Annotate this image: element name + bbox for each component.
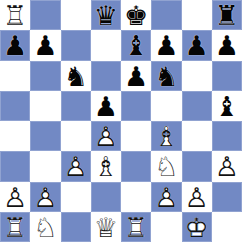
white-rook[interactable]: ♜♖ [0,212,30,242]
white-pawn[interactable]: ♟♙ [0,182,30,212]
square-d8[interactable]: ♛ [91,0,121,30]
square-b8[interactable] [30,0,60,30]
square-d6[interactable] [91,61,121,91]
white-pawn[interactable]: ♟♙ [91,121,121,151]
white-knight[interactable]: ♞♘ [30,212,60,242]
square-d3[interactable]: ♝♗ [91,151,121,181]
white-pawn-outline: ♙ [151,182,181,212]
square-d2[interactable] [91,182,121,212]
square-h2[interactable] [212,182,242,212]
square-d7[interactable] [91,30,121,60]
white-queen[interactable]: ♛♕ [91,212,121,242]
square-f8[interactable] [151,0,181,30]
black-king[interactable]: ♚ [121,0,151,30]
square-e5[interactable] [121,91,151,121]
square-h1[interactable] [212,212,242,242]
square-e7[interactable]: ♝ [121,30,151,60]
square-b4[interactable] [30,121,60,151]
black-pawn-glyph: ♟ [0,30,30,60]
white-queen-outline: ♕ [91,212,121,242]
black-knight[interactable]: ♞ [151,61,181,91]
square-e2[interactable] [121,182,151,212]
black-knight-glyph: ♞ [151,61,181,91]
square-g1[interactable]: ♚♔ [182,212,212,242]
square-b3[interactable] [30,151,60,181]
square-f7[interactable]: ♟ [151,30,181,60]
square-b2[interactable]: ♟♙ [30,182,60,212]
black-knight[interactable]: ♞ [61,61,91,91]
square-d5[interactable]: ♟ [91,91,121,121]
square-e3[interactable] [121,151,151,181]
square-f1[interactable] [151,212,181,242]
white-pawn-outline: ♙ [0,182,30,212]
square-h4[interactable] [212,121,242,151]
black-pawn[interactable]: ♟ [30,30,60,60]
square-c7[interactable] [61,30,91,60]
black-pawn-glyph: ♟ [91,91,121,121]
square-b1[interactable]: ♞♘ [30,212,60,242]
square-c3[interactable]: ♟♙ [61,151,91,181]
square-b6[interactable] [30,61,60,91]
white-king[interactable]: ♚♔ [182,212,212,242]
white-pawn-outline: ♙ [61,151,91,181]
square-f4[interactable]: ♝♗ [151,121,181,151]
white-rook[interactable]: ♜♖ [0,0,30,30]
white-bishop[interactable]: ♝♗ [151,121,181,151]
white-pawn-outline: ♙ [182,182,212,212]
square-g4[interactable] [182,121,212,151]
black-king-glyph: ♚ [121,0,151,30]
square-c2[interactable] [61,182,91,212]
square-g5[interactable] [182,91,212,121]
black-rook-glyph: ♜ [212,0,242,30]
white-rook-outline: ♖ [0,0,30,30]
black-pawn-glyph: ♟ [121,61,151,91]
white-pawn[interactable]: ♟♙ [151,182,181,212]
white-bishop-outline: ♗ [91,151,121,181]
square-c8[interactable] [61,0,91,30]
black-pawn[interactable]: ♟ [151,30,181,60]
black-bishop[interactable]: ♝ [121,30,151,60]
square-h6[interactable] [212,61,242,91]
square-g3[interactable] [182,151,212,181]
square-b7[interactable]: ♟ [30,30,60,60]
square-h7[interactable]: ♟ [212,30,242,60]
black-pawn[interactable]: ♟ [212,30,242,60]
square-a6[interactable] [0,61,30,91]
black-pawn-glyph: ♟ [212,30,242,60]
white-rook-outline: ♖ [121,212,151,242]
square-d1[interactable]: ♛♕ [91,212,121,242]
square-a1[interactable]: ♜♖ [0,212,30,242]
black-pawn-glyph: ♟ [151,30,181,60]
square-c4[interactable] [61,121,91,151]
square-g2[interactable]: ♟♙ [182,182,212,212]
square-f3[interactable]: ♞♘ [151,151,181,181]
square-c5[interactable] [61,91,91,121]
white-pawn-outline: ♙ [30,182,60,212]
white-knight-outline: ♘ [151,151,181,181]
white-rook-outline: ♖ [0,212,30,242]
black-pawn[interactable]: ♟ [0,30,30,60]
black-bishop-glyph: ♝ [121,30,151,60]
square-g8[interactable] [182,0,212,30]
square-h3[interactable]: ♟♙ [212,151,242,181]
white-pawn-outline: ♙ [212,151,242,181]
black-pawn-glyph: ♟ [30,30,60,60]
black-pawn-glyph: ♟ [182,30,212,60]
chess-board: ♜♖♛♚♜♟♟♝♟♟♟♞♟♞♟♝♟♙♝♗♟♙♝♗♞♘♟♙♟♙♟♙♟♙♟♙♜♖♞♘… [0,0,242,242]
square-c6[interactable]: ♞ [61,61,91,91]
square-a2[interactable]: ♟♙ [0,182,30,212]
square-e8[interactable]: ♚ [121,0,151,30]
black-pawn[interactable]: ♟ [121,61,151,91]
square-h5[interactable]: ♝ [212,91,242,121]
square-f6[interactable]: ♞ [151,61,181,91]
white-bishop-outline: ♗ [151,121,181,151]
white-pawn-outline: ♙ [91,121,121,151]
white-knight[interactable]: ♞♘ [151,151,181,181]
square-h8[interactable]: ♜ [212,0,242,30]
square-f2[interactable]: ♟♙ [151,182,181,212]
white-pawn[interactable]: ♟♙ [212,151,242,181]
white-knight-outline: ♘ [30,212,60,242]
square-b5[interactable] [30,91,60,121]
square-g6[interactable] [182,61,212,91]
black-pawn[interactable]: ♟ [91,91,121,121]
white-rook[interactable]: ♜♖ [121,212,151,242]
white-pawn[interactable]: ♟♙ [30,182,60,212]
black-rook[interactable]: ♜ [212,0,242,30]
square-a7[interactable]: ♟ [0,30,30,60]
square-g7[interactable]: ♟ [182,30,212,60]
white-bishop[interactable]: ♝♗ [91,151,121,181]
black-queen[interactable]: ♛ [91,0,121,30]
square-c1[interactable] [61,212,91,242]
square-d4[interactable]: ♟♙ [91,121,121,151]
black-pawn[interactable]: ♟ [182,30,212,60]
black-bishop-glyph: ♝ [212,91,242,121]
white-pawn[interactable]: ♟♙ [61,151,91,181]
black-queen-glyph: ♛ [91,0,121,30]
square-a8[interactable]: ♜♖ [0,0,30,30]
square-f5[interactable] [151,91,181,121]
square-e6[interactable]: ♟ [121,61,151,91]
square-a5[interactable] [0,91,30,121]
square-e4[interactable] [121,121,151,151]
white-king-outline: ♔ [182,212,212,242]
black-knight-glyph: ♞ [61,61,91,91]
black-bishop[interactable]: ♝ [212,91,242,121]
square-a3[interactable] [0,151,30,181]
white-pawn[interactable]: ♟♙ [182,182,212,212]
square-a4[interactable] [0,121,30,151]
square-e1[interactable]: ♜♖ [121,212,151,242]
